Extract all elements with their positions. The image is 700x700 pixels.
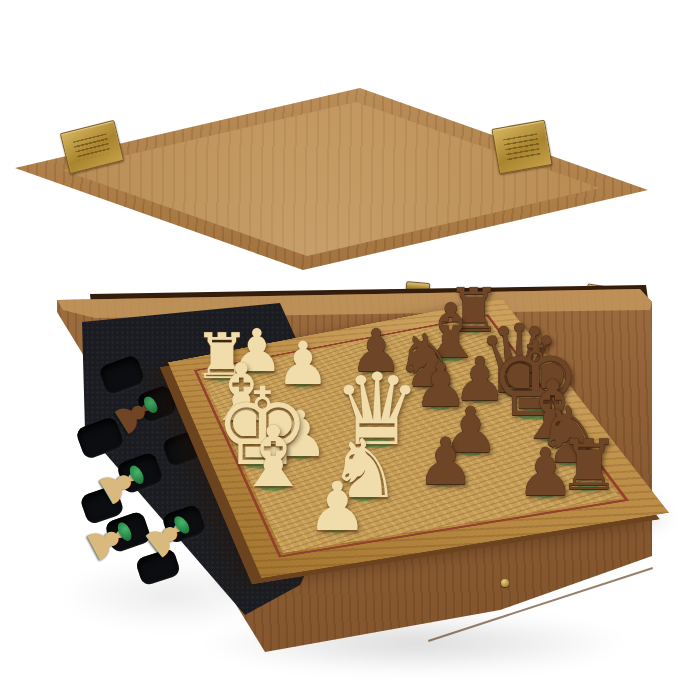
product-photo: ♟♟♟♟ ♜♛♚♝♞♜♝♟♟♞♟♟♟♟♛♟♞♟♟♟♜♝♚♝	[0, 0, 700, 700]
brass-logo-plaque-2	[491, 120, 552, 175]
brass-screw	[501, 579, 509, 587]
plaque-engraving	[73, 133, 111, 160]
piece-black-pawn-h7: ♟	[516, 440, 575, 506]
piece-white-bishop-f1: ♝	[236, 416, 311, 500]
plaque-engraving	[504, 134, 540, 161]
piece-black-pawn-g5: ♟	[416, 429, 474, 494]
piece-white-pawn-h2: ♟	[307, 473, 368, 541]
